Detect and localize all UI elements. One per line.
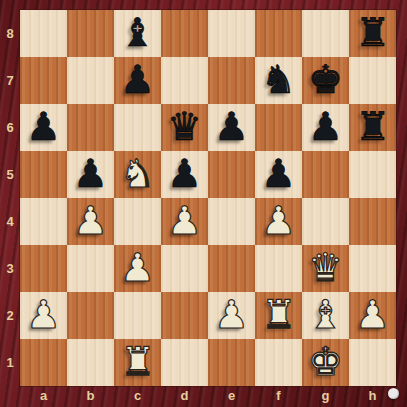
square-f7[interactable]: ♞ — [255, 57, 302, 104]
black-pawn[interactable]: ♟ — [308, 103, 343, 150]
chess-board: ♝♜♟♞♚♟♛♟♟♜♟♞♟♟♟♟♟♟♛♟♟♜♝♟♜♚ — [20, 10, 396, 386]
black-pawn[interactable]: ♟ — [26, 103, 61, 150]
black-king[interactable]: ♚ — [308, 56, 343, 103]
rank-label-4: 4 — [0, 198, 20, 245]
square-f8[interactable] — [255, 10, 302, 57]
square-h4[interactable] — [349, 198, 396, 245]
black-pawn[interactable]: ♟ — [73, 150, 108, 197]
square-e6[interactable]: ♟ — [208, 104, 255, 151]
square-h8[interactable]: ♜ — [349, 10, 396, 57]
white-pawn[interactable]: ♟ — [261, 197, 296, 244]
white-knight[interactable]: ♞ — [120, 150, 155, 197]
square-d1[interactable] — [161, 339, 208, 386]
square-f3[interactable] — [255, 245, 302, 292]
square-b3[interactable] — [67, 245, 114, 292]
square-h2[interactable]: ♟ — [349, 292, 396, 339]
white-pawn[interactable]: ♟ — [214, 291, 249, 338]
square-c5[interactable]: ♞ — [114, 151, 161, 198]
file-label-b: b — [67, 386, 114, 407]
square-a7[interactable] — [20, 57, 67, 104]
square-a6[interactable]: ♟ — [20, 104, 67, 151]
square-d5[interactable]: ♟ — [161, 151, 208, 198]
white-pawn[interactable]: ♟ — [355, 291, 390, 338]
black-knight[interactable]: ♞ — [261, 56, 296, 103]
square-e8[interactable] — [208, 10, 255, 57]
black-rook[interactable]: ♜ — [355, 103, 390, 150]
square-f5[interactable]: ♟ — [255, 151, 302, 198]
square-e7[interactable] — [208, 57, 255, 104]
black-rook[interactable]: ♜ — [355, 9, 390, 56]
black-pawn[interactable]: ♟ — [167, 150, 202, 197]
black-pawn[interactable]: ♟ — [261, 150, 296, 197]
white-pawn[interactable]: ♟ — [26, 291, 61, 338]
square-e5[interactable] — [208, 151, 255, 198]
file-label-g: g — [302, 386, 349, 407]
white-pawn[interactable]: ♟ — [167, 197, 202, 244]
square-f2[interactable]: ♜ — [255, 292, 302, 339]
square-b5[interactable]: ♟ — [67, 151, 114, 198]
square-b6[interactable] — [67, 104, 114, 151]
file-label-f: f — [255, 386, 302, 407]
white-queen[interactable]: ♛ — [308, 244, 343, 291]
square-g7[interactable]: ♚ — [302, 57, 349, 104]
square-g5[interactable] — [302, 151, 349, 198]
square-g6[interactable]: ♟ — [302, 104, 349, 151]
square-f1[interactable] — [255, 339, 302, 386]
white-king[interactable]: ♚ — [308, 338, 343, 385]
square-e4[interactable] — [208, 198, 255, 245]
white-rook[interactable]: ♜ — [261, 291, 296, 338]
square-c6[interactable] — [114, 104, 161, 151]
white-pawn[interactable]: ♟ — [120, 244, 155, 291]
square-g2[interactable]: ♝ — [302, 292, 349, 339]
square-c2[interactable] — [114, 292, 161, 339]
rank-label-2: 2 — [0, 292, 20, 339]
square-g8[interactable] — [302, 10, 349, 57]
rank-label-6: 6 — [0, 104, 20, 151]
rank-label-1: 1 — [0, 339, 20, 386]
black-bishop[interactable]: ♝ — [120, 9, 155, 56]
square-d4[interactable]: ♟ — [161, 198, 208, 245]
square-b4[interactable]: ♟ — [67, 198, 114, 245]
square-h6[interactable]: ♜ — [349, 104, 396, 151]
black-pawn[interactable]: ♟ — [214, 103, 249, 150]
white-to-move-indicator — [388, 388, 399, 399]
square-b7[interactable] — [67, 57, 114, 104]
square-e3[interactable] — [208, 245, 255, 292]
square-a1[interactable] — [20, 339, 67, 386]
white-bishop[interactable]: ♝ — [308, 291, 343, 338]
square-c1[interactable]: ♜ — [114, 339, 161, 386]
square-b8[interactable] — [67, 10, 114, 57]
square-c8[interactable]: ♝ — [114, 10, 161, 57]
square-b1[interactable] — [67, 339, 114, 386]
square-g3[interactable]: ♛ — [302, 245, 349, 292]
square-e1[interactable] — [208, 339, 255, 386]
square-c3[interactable]: ♟ — [114, 245, 161, 292]
file-label-c: c — [114, 386, 161, 407]
square-h3[interactable] — [349, 245, 396, 292]
square-d3[interactable] — [161, 245, 208, 292]
black-pawn[interactable]: ♟ — [120, 56, 155, 103]
square-h1[interactable] — [349, 339, 396, 386]
file-label-e: e — [208, 386, 255, 407]
square-h7[interactable] — [349, 57, 396, 104]
black-queen[interactable]: ♛ — [167, 103, 202, 150]
file-coordinates: abcdefgh — [20, 386, 396, 407]
square-b2[interactable] — [67, 292, 114, 339]
square-a2[interactable]: ♟ — [20, 292, 67, 339]
square-d8[interactable] — [161, 10, 208, 57]
square-a8[interactable] — [20, 10, 67, 57]
chess-diagram: ♝♜♟♞♚♟♛♟♟♜♟♞♟♟♟♟♟♟♛♟♟♜♝♟♜♚ 87654321 abcd… — [0, 0, 407, 407]
file-label-a: a — [20, 386, 67, 407]
square-d6[interactable]: ♛ — [161, 104, 208, 151]
rank-label-3: 3 — [0, 245, 20, 292]
square-a4[interactable] — [20, 198, 67, 245]
square-g4[interactable] — [302, 198, 349, 245]
file-label-d: d — [161, 386, 208, 407]
square-g1[interactable]: ♚ — [302, 339, 349, 386]
white-pawn[interactable]: ♟ — [73, 197, 108, 244]
square-f6[interactable] — [255, 104, 302, 151]
square-c7[interactable]: ♟ — [114, 57, 161, 104]
square-h5[interactable] — [349, 151, 396, 198]
square-e2[interactable]: ♟ — [208, 292, 255, 339]
square-c4[interactable] — [114, 198, 161, 245]
square-a5[interactable] — [20, 151, 67, 198]
rank-coordinates: 87654321 — [0, 10, 20, 386]
square-a3[interactable] — [20, 245, 67, 292]
rank-label-7: 7 — [0, 57, 20, 104]
white-rook[interactable]: ♜ — [120, 338, 155, 385]
square-d7[interactable] — [161, 57, 208, 104]
rank-label-5: 5 — [0, 151, 20, 198]
rank-label-8: 8 — [0, 10, 20, 57]
square-f4[interactable]: ♟ — [255, 198, 302, 245]
square-d2[interactable] — [161, 292, 208, 339]
